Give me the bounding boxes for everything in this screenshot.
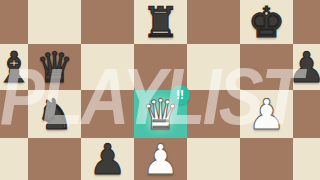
square-r1c5[interactable] bbox=[240, 44, 293, 90]
board: ♜♚♝♛♟♞♛♟♟♟ bbox=[0, 0, 320, 180]
square-r3c2[interactable]: ♟ bbox=[81, 138, 134, 180]
square-r1c3[interactable] bbox=[134, 44, 187, 90]
square-r1c6[interactable]: ♟ bbox=[293, 44, 320, 90]
brilliant-badge: !! bbox=[170, 85, 190, 105]
thumbnail: ♜♚♝♛♟♞♛♟♟♟ !! PLAYLIST bbox=[0, 0, 320, 180]
black-king[interactable]: ♚ bbox=[248, 2, 286, 44]
square-r3c6[interactable] bbox=[293, 138, 320, 180]
square-r3c1[interactable] bbox=[28, 138, 81, 180]
square-r3c5[interactable] bbox=[240, 138, 293, 180]
square-r1c0[interactable]: ♝ bbox=[0, 44, 28, 90]
white-pawn[interactable]: ♟ bbox=[248, 94, 286, 136]
brilliant-badge-label: !! bbox=[176, 89, 184, 101]
square-r0c0[interactable] bbox=[0, 0, 28, 44]
square-r2c2[interactable] bbox=[81, 90, 134, 138]
black-pawn[interactable]: ♟ bbox=[89, 139, 127, 180]
square-r2c0[interactable] bbox=[0, 90, 28, 138]
black-rook[interactable]: ♜ bbox=[142, 2, 180, 44]
black-pawn[interactable]: ♟ bbox=[288, 47, 320, 89]
square-r0c5[interactable]: ♚ bbox=[240, 0, 293, 44]
square-r0c1[interactable] bbox=[28, 0, 81, 44]
square-r2c4[interactable] bbox=[187, 90, 240, 138]
square-r0c3[interactable]: ♜ bbox=[134, 0, 187, 44]
black-knight[interactable]: ♞ bbox=[36, 94, 74, 136]
square-r0c6[interactable] bbox=[293, 0, 320, 44]
square-r2c1[interactable]: ♞ bbox=[28, 90, 81, 138]
square-r0c4[interactable] bbox=[187, 0, 240, 44]
square-r1c2[interactable] bbox=[81, 44, 134, 90]
square-r3c3[interactable]: ♟ bbox=[134, 138, 187, 180]
square-r3c4[interactable] bbox=[187, 138, 240, 180]
black-queen[interactable]: ♛ bbox=[36, 47, 74, 89]
square-r2c5[interactable]: ♟ bbox=[240, 90, 293, 138]
white-pawn[interactable]: ♟ bbox=[142, 139, 180, 180]
square-r0c2[interactable] bbox=[81, 0, 134, 44]
square-r2c6[interactable] bbox=[293, 90, 320, 138]
square-r3c0[interactable] bbox=[0, 138, 28, 180]
square-r1c1[interactable]: ♛ bbox=[28, 44, 81, 90]
square-r1c4[interactable] bbox=[187, 44, 240, 90]
